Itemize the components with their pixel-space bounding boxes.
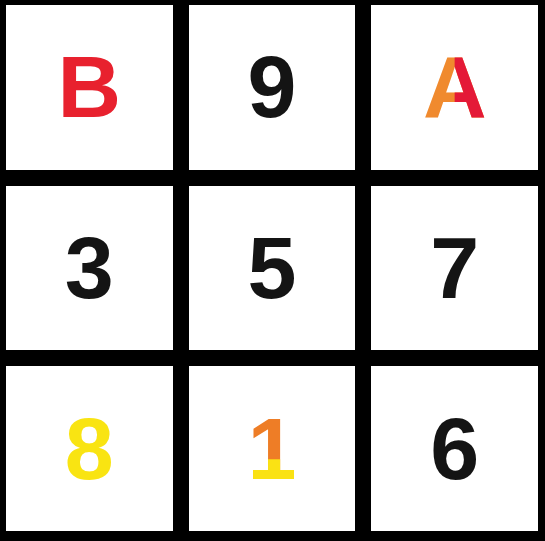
cell-value-letter-a: AA	[423, 43, 487, 131]
cell-r2c2: 6	[371, 366, 538, 531]
cell-r2c1: 11	[189, 366, 356, 531]
cell-r0c2: AA	[371, 5, 538, 170]
cell-r0c0: B	[6, 5, 173, 170]
puzzle-board: B 9 AA 3 5 7 8 11 6	[0, 0, 545, 541]
cell-r1c1: 5	[189, 186, 356, 351]
cell-r1c0: 3	[6, 186, 173, 351]
cell-value-digit-1: 11	[248, 405, 297, 493]
cell-value-digit-3: 3	[65, 224, 114, 312]
cell-value-digit-8: 8	[65, 405, 114, 493]
cell-value-digit-5: 5	[248, 224, 297, 312]
cell-value-letter-b: B	[58, 43, 122, 131]
cell-value-digit-6: 6	[430, 405, 479, 493]
cell-value-digit-9: 9	[248, 43, 297, 131]
cell-value-digit-7: 7	[430, 224, 479, 312]
cell-r2c0: 8	[6, 366, 173, 531]
cell-r1c2: 7	[371, 186, 538, 351]
cell-r0c1: 9	[189, 5, 356, 170]
